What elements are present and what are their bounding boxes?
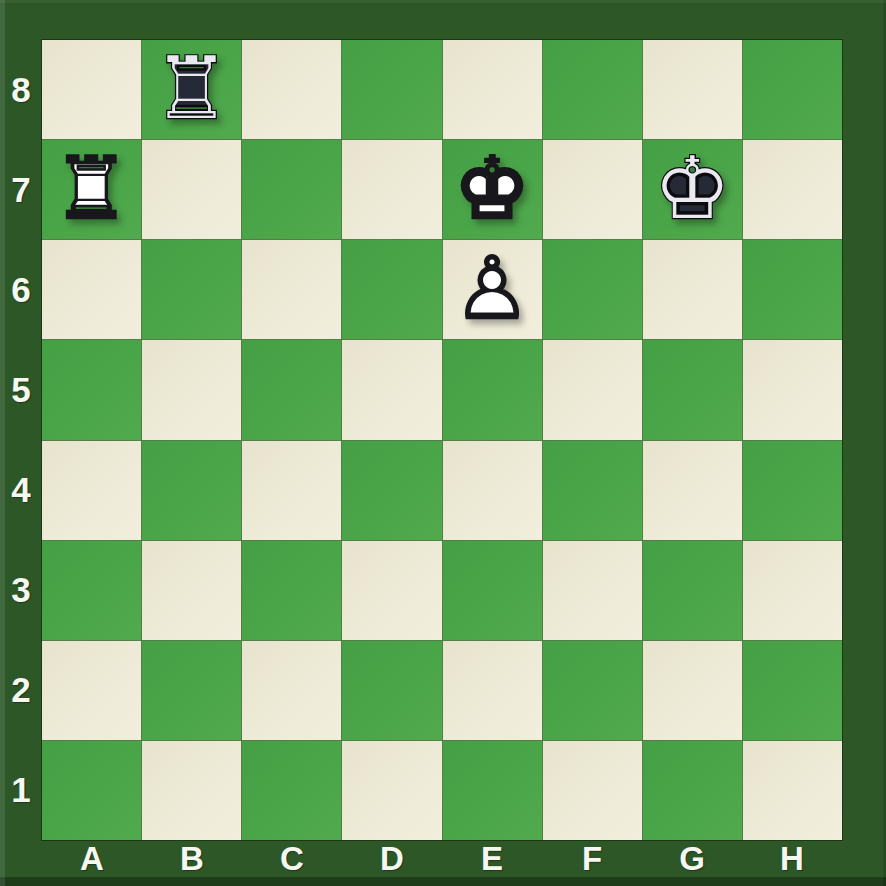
square-g6[interactable]	[643, 240, 742, 339]
square-b1[interactable]	[142, 741, 241, 840]
square-a5[interactable]	[42, 340, 141, 439]
square-e1[interactable]	[443, 741, 542, 840]
square-f1[interactable]	[543, 741, 642, 840]
white-pawn-outline: ♙	[443, 238, 542, 337]
square-b5[interactable]	[142, 340, 241, 439]
square-c3[interactable]	[242, 541, 341, 640]
square-d8[interactable]	[342, 40, 441, 139]
square-h4[interactable]	[743, 441, 842, 540]
rank-label-7: 7	[0, 140, 42, 240]
square-f4[interactable]	[543, 441, 642, 540]
square-h3[interactable]	[743, 541, 842, 640]
square-c7[interactable]	[242, 140, 341, 239]
square-e6[interactable]: ♟♙	[443, 240, 542, 339]
square-b8[interactable]: ♜♖	[142, 40, 241, 139]
rank-label-5: 5	[0, 340, 42, 440]
square-a6[interactable]	[42, 240, 141, 339]
square-c2[interactable]	[242, 641, 341, 740]
rank-label-4: 4	[0, 440, 42, 540]
square-e2[interactable]	[443, 641, 542, 740]
black-rook-outline: ♖	[142, 38, 241, 137]
square-e4[interactable]	[443, 441, 542, 540]
square-b2[interactable]	[142, 641, 241, 740]
file-label-e: E	[442, 840, 542, 878]
white-pawn[interactable]: ♟♙	[443, 238, 542, 337]
square-a4[interactable]	[42, 441, 141, 540]
white-rook-outline: ♖	[42, 138, 141, 237]
square-c5[interactable]	[242, 340, 341, 439]
square-c6[interactable]	[242, 240, 341, 339]
square-b4[interactable]	[142, 441, 241, 540]
square-h7[interactable]	[743, 140, 842, 239]
rank-label-6: 6	[0, 240, 42, 340]
square-g1[interactable]	[643, 741, 742, 840]
file-label-f: F	[542, 840, 642, 878]
square-c8[interactable]	[242, 40, 341, 139]
square-h5[interactable]	[743, 340, 842, 439]
white-king[interactable]: ♚♔	[443, 138, 542, 237]
rank-label-1: 1	[0, 740, 42, 840]
square-h8[interactable]	[743, 40, 842, 139]
square-e7[interactable]: ♚♔	[443, 140, 542, 239]
square-h2[interactable]	[743, 641, 842, 740]
square-d4[interactable]	[342, 441, 441, 540]
rank-label-8: 8	[0, 40, 42, 140]
rank-label-2: 2	[0, 640, 42, 740]
white-king-outline: ♔	[443, 138, 542, 237]
square-d7[interactable]	[342, 140, 441, 239]
square-d5[interactable]	[342, 340, 441, 439]
black-rook[interactable]: ♜♖	[142, 38, 241, 137]
square-g8[interactable]	[643, 40, 742, 139]
square-c4[interactable]	[242, 441, 341, 540]
square-b3[interactable]	[142, 541, 241, 640]
file-label-d: D	[342, 840, 442, 878]
square-f8[interactable]	[543, 40, 642, 139]
square-a7[interactable]: ♜♖	[42, 140, 141, 239]
square-g4[interactable]	[643, 441, 742, 540]
square-b7[interactable]	[142, 140, 241, 239]
file-labels: ABCDEFGH	[42, 840, 842, 877]
file-label-c: C	[242, 840, 342, 878]
square-e5[interactable]	[443, 340, 542, 439]
square-d3[interactable]	[342, 541, 441, 640]
black-king-outline: ♔	[643, 138, 742, 237]
square-f7[interactable]	[543, 140, 642, 239]
black-king[interactable]: ♚♔	[643, 138, 742, 237]
square-h6[interactable]	[743, 240, 842, 339]
file-label-h: H	[742, 840, 842, 878]
white-rook[interactable]: ♜♖	[42, 138, 141, 237]
square-h1[interactable]	[743, 741, 842, 840]
square-b6[interactable]	[142, 240, 241, 339]
square-g2[interactable]	[643, 641, 742, 740]
square-a1[interactable]	[42, 741, 141, 840]
square-f2[interactable]	[543, 641, 642, 740]
rank-labels: 87654321	[0, 40, 42, 840]
square-f6[interactable]	[543, 240, 642, 339]
square-d6[interactable]	[342, 240, 441, 339]
square-g3[interactable]	[643, 541, 742, 640]
file-label-g: G	[642, 840, 742, 878]
square-d2[interactable]	[342, 641, 441, 740]
square-g7[interactable]: ♚♔	[643, 140, 742, 239]
file-label-a: A	[42, 840, 142, 878]
square-f5[interactable]	[543, 340, 642, 439]
square-e3[interactable]	[443, 541, 542, 640]
rank-label-3: 3	[0, 540, 42, 640]
square-a8[interactable]	[42, 40, 141, 139]
square-e8[interactable]	[443, 40, 542, 139]
square-a3[interactable]	[42, 541, 141, 640]
square-f3[interactable]	[543, 541, 642, 640]
file-label-b: B	[142, 840, 242, 878]
square-d1[interactable]	[342, 741, 441, 840]
square-c1[interactable]	[242, 741, 341, 840]
square-g5[interactable]	[643, 340, 742, 439]
chess-board: ♜♖♜♖♚♔♚♔♟♙	[42, 40, 842, 840]
square-a2[interactable]	[42, 641, 141, 740]
